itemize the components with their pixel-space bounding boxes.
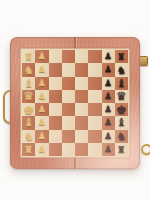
square-r8c6[interactable] (88, 143, 101, 156)
square-r3c6[interactable] (88, 77, 101, 90)
black-pawn: ♟ (104, 131, 112, 140)
square-r8c8[interactable]: ♜ (115, 143, 128, 156)
square-r6c6[interactable] (88, 116, 101, 129)
square-r6c8[interactable]: ♝ (115, 116, 128, 129)
square-r5c8[interactable]: ♚ (115, 103, 128, 116)
square-r7c2[interactable]: ♟ (35, 130, 48, 143)
square-r2c5[interactable] (75, 63, 88, 76)
square-r4c8[interactable]: ♛ (115, 90, 128, 103)
square-r4c4[interactable] (62, 90, 75, 103)
square-r3c7[interactable]: ♟ (102, 77, 115, 90)
white-pawn: ♟ (38, 52, 46, 61)
square-r2c7[interactable]: ♟ (102, 63, 115, 76)
square-r1c8[interactable]: ♜ (115, 50, 128, 63)
square-r1c7[interactable]: ♟ (102, 50, 115, 63)
white-pawn: ♟ (38, 118, 46, 127)
white-bishop: ♝ (24, 77, 34, 88)
square-r5c4[interactable] (62, 103, 75, 116)
black-knight: ♞ (117, 64, 126, 75)
square-r7c1[interactable]: ♞ (22, 130, 35, 143)
square-r3c2[interactable]: ♟ (35, 77, 48, 90)
square-r6c1[interactable]: ♝ (22, 116, 35, 129)
square-r3c5[interactable] (75, 77, 88, 90)
white-pawn: ♟ (38, 131, 46, 140)
square-r1c2[interactable]: ♟ (35, 50, 48, 63)
black-pawn: ♟ (104, 105, 112, 114)
chess-board-box: ♜♟♟♜♞♟♟♞♝♟♟♝♛♟♟♛♚♟♟♚♝♟♟♝♞♟♟♞♜♟♟♜ (10, 37, 140, 169)
square-r1c5[interactable] (75, 50, 88, 63)
square-r2c1[interactable]: ♞ (22, 63, 35, 76)
white-pawn: ♟ (38, 144, 46, 153)
square-r1c1[interactable]: ♜ (22, 50, 35, 63)
white-pawn: ♟ (38, 105, 46, 114)
square-r2c6[interactable] (88, 63, 101, 76)
black-pawn: ♟ (104, 144, 112, 153)
square-r1c6[interactable] (88, 50, 101, 63)
square-r1c4[interactable] (62, 50, 75, 63)
brass-clasp-bottom-icon (141, 144, 150, 155)
white-bishop: ♝ (24, 117, 34, 128)
black-queen: ♛ (116, 90, 126, 102)
black-pawn: ♟ (104, 91, 112, 100)
white-queen: ♛ (23, 90, 33, 102)
square-r4c6[interactable] (88, 90, 101, 103)
white-pawn: ♟ (38, 91, 46, 100)
square-r4c1[interactable]: ♛ (22, 90, 35, 103)
square-r7c7[interactable]: ♟ (102, 130, 115, 143)
square-r5c1[interactable]: ♚ (22, 103, 35, 116)
square-r6c4[interactable] (62, 116, 75, 129)
square-r5c2[interactable]: ♟ (35, 103, 48, 116)
black-pawn: ♟ (104, 65, 112, 74)
square-r3c4[interactable] (62, 77, 75, 90)
black-rook: ♜ (117, 51, 126, 61)
square-r8c4[interactable] (62, 143, 75, 156)
white-rook: ♜ (24, 144, 33, 154)
square-r7c4[interactable] (62, 130, 75, 143)
square-r4c5[interactable] (75, 90, 88, 103)
square-r6c3[interactable] (49, 116, 62, 129)
square-r6c7[interactable]: ♟ (102, 116, 115, 129)
black-knight: ♞ (117, 130, 126, 141)
black-king: ♚ (116, 103, 127, 115)
square-r6c5[interactable] (75, 116, 88, 129)
square-r2c4[interactable] (62, 63, 75, 76)
white-rook: ♜ (24, 51, 33, 61)
square-r7c3[interactable] (49, 130, 62, 143)
square-r5c3[interactable] (49, 103, 62, 116)
square-r8c1[interactable]: ♜ (22, 143, 35, 156)
square-r4c3[interactable] (49, 90, 62, 103)
square-r2c2[interactable]: ♟ (35, 63, 48, 76)
square-r1c3[interactable] (49, 50, 62, 63)
black-pawn: ♟ (104, 52, 112, 61)
black-bishop: ♝ (116, 77, 126, 88)
white-pawn: ♟ (38, 78, 46, 87)
black-pawn: ♟ (104, 118, 112, 127)
square-r3c3[interactable] (49, 77, 62, 90)
square-r4c7[interactable]: ♟ (102, 90, 115, 103)
square-r2c3[interactable] (49, 63, 62, 76)
square-r7c5[interactable] (75, 130, 88, 143)
square-r5c6[interactable] (88, 103, 101, 116)
photo-stage: ♜♟♟♜♞♟♟♞♝♟♟♝♛♟♟♛♚♟♟♚♝♟♟♝♞♟♟♞♜♟♟♜ (0, 0, 150, 200)
white-pawn: ♟ (38, 65, 46, 74)
black-pawn: ♟ (104, 78, 112, 87)
square-r2c8[interactable]: ♞ (115, 63, 128, 76)
square-r8c5[interactable] (75, 143, 88, 156)
square-r7c6[interactable] (88, 130, 101, 143)
chess-board-grid: ♜♟♟♜♞♟♟♞♝♟♟♝♛♟♟♛♚♟♟♚♝♟♟♝♞♟♟♞♜♟♟♜ (22, 50, 128, 156)
square-r5c7[interactable]: ♟ (102, 103, 115, 116)
square-r8c7[interactable]: ♟ (102, 143, 115, 156)
square-r6c2[interactable]: ♟ (35, 116, 48, 129)
white-knight: ♞ (24, 130, 33, 141)
square-r7c8[interactable]: ♞ (115, 130, 128, 143)
white-king: ♚ (23, 103, 34, 115)
black-bishop: ♝ (116, 117, 126, 128)
square-r5c5[interactable] (75, 103, 88, 116)
square-r8c2[interactable]: ♟ (35, 143, 48, 156)
white-knight: ♞ (24, 64, 33, 75)
square-r4c2[interactable]: ♟ (35, 90, 48, 103)
square-r8c3[interactable] (49, 143, 62, 156)
black-rook: ♜ (117, 144, 126, 154)
